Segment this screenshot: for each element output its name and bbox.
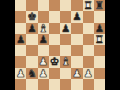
square-b1[interactable] [26,79,37,90]
square-e1[interactable] [60,79,71,90]
square-d7[interactable] [49,11,60,22]
piece-white-pawn-a2: ♟ [16,68,25,79]
square-a4[interactable] [15,45,26,56]
square-b8[interactable] [26,0,37,11]
chess-diagram: ♜♜♚♟♟♝♟♟♟♟♜♟♚♝♟♞♟♟♟ [0,0,120,90]
square-e2[interactable] [60,68,71,79]
square-e6[interactable]: ♟ [60,23,71,34]
square-f8[interactable] [71,0,82,11]
square-a5[interactable]: ♟ [15,34,26,45]
square-f4[interactable] [71,45,82,56]
piece-white-pawn-c3: ♟ [38,56,47,67]
square-h2[interactable] [94,68,105,79]
square-d2[interactable] [49,68,60,79]
square-e7[interactable] [60,11,71,22]
square-c1[interactable] [38,79,49,90]
square-f6[interactable] [71,23,82,34]
square-h4[interactable] [94,45,105,56]
square-e8[interactable] [60,0,71,11]
square-h1[interactable] [94,79,105,90]
square-e4[interactable] [60,45,71,56]
square-d4[interactable] [49,45,60,56]
square-h7[interactable] [94,11,105,22]
piece-white-pawn-g2: ♟ [83,68,92,79]
square-a1[interactable] [15,79,26,90]
square-g5[interactable] [83,34,94,45]
piece-black-pawn-c5: ♟ [38,34,47,45]
piece-black-pawn-h6: ♟ [95,23,104,34]
piece-white-bishop-c6: ♝ [38,23,47,34]
square-b5[interactable] [26,34,37,45]
square-h6[interactable]: ♟ [94,23,105,34]
piece-black-pawn-a5: ♟ [16,34,25,45]
piece-white-pawn-f2: ♟ [72,68,81,79]
square-f5[interactable] [71,34,82,45]
square-g1[interactable] [83,79,94,90]
square-f7[interactable]: ♟ [71,11,82,22]
square-g4[interactable] [83,45,94,56]
square-b3[interactable] [26,56,37,67]
square-b6[interactable]: ♟ [26,23,37,34]
square-a2[interactable]: ♟ [15,68,26,79]
piece-black-king-b7: ♚ [27,11,36,22]
square-b2[interactable]: ♞ [26,68,37,79]
piece-white-king-d3: ♚ [50,56,59,67]
square-g7[interactable] [83,11,94,22]
square-e3[interactable]: ♝ [60,56,71,67]
square-c8[interactable] [38,0,49,11]
square-c7[interactable] [38,11,49,22]
piece-black-pawn-f7: ♟ [72,11,81,22]
piece-black-rook-h8: ♜ [95,0,104,11]
piece-white-pawn-c2: ♟ [38,68,47,79]
square-d1[interactable] [49,79,60,90]
square-c3[interactable]: ♟ [38,56,49,67]
square-d5[interactable] [49,34,60,45]
square-e5[interactable] [60,34,71,45]
square-f1[interactable] [71,79,82,90]
square-h3[interactable] [94,56,105,67]
square-g2[interactable]: ♟ [83,68,94,79]
chess-board: ♜♜♚♟♟♝♟♟♟♟♜♟♚♝♟♞♟♟♟ [15,0,105,90]
square-d6[interactable] [49,23,60,34]
square-c5[interactable]: ♟ [38,34,49,45]
square-c6[interactable]: ♝ [38,23,49,34]
square-d8[interactable] [49,0,60,11]
piece-black-pawn-b6: ♟ [27,23,36,34]
square-f3[interactable] [71,56,82,67]
square-f2[interactable]: ♟ [71,68,82,79]
square-h8[interactable]: ♜ [94,0,105,11]
piece-black-knight-b2: ♞ [27,68,36,79]
piece-black-pawn-e6: ♟ [61,23,70,34]
square-g3[interactable] [83,56,94,67]
square-b7[interactable]: ♚ [26,11,37,22]
square-a6[interactable] [15,23,26,34]
square-c2[interactable]: ♟ [38,68,49,79]
piece-white-rook-h5: ♜ [95,34,104,45]
square-g8[interactable]: ♜ [83,0,94,11]
square-a8[interactable] [15,0,26,11]
square-a7[interactable] [15,11,26,22]
square-b4[interactable] [26,45,37,56]
square-g6[interactable] [83,23,94,34]
square-d3[interactable]: ♚ [49,56,60,67]
piece-white-bishop-e3: ♝ [61,56,70,67]
square-c4[interactable] [38,45,49,56]
piece-white-rook-g8: ♜ [83,0,92,11]
square-h5[interactable]: ♜ [94,34,105,45]
square-a3[interactable] [15,56,26,67]
